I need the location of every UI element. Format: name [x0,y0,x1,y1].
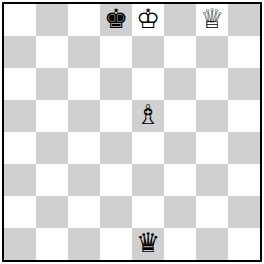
square-c3[interactable] [68,164,100,196]
square-g1[interactable] [196,228,228,260]
square-b3[interactable] [36,164,68,196]
square-f2[interactable] [164,196,196,228]
board-frame: ♚♔♕♗♛ [2,2,262,262]
square-b4[interactable] [36,132,68,164]
white-king: ♔ [136,4,160,35]
white-queen: ♕ [200,4,224,35]
square-h7[interactable] [228,36,260,68]
square-e5[interactable]: ♗ [132,100,164,132]
square-f5[interactable] [164,100,196,132]
black-king: ♚ [104,4,128,35]
square-e3[interactable] [132,164,164,196]
square-f1[interactable] [164,228,196,260]
square-f7[interactable] [164,36,196,68]
square-c4[interactable] [68,132,100,164]
square-d4[interactable] [100,132,132,164]
square-d7[interactable] [100,36,132,68]
chess-diagram: ♚♔♕♗♛ [0,0,264,264]
square-d3[interactable] [100,164,132,196]
square-e7[interactable] [132,36,164,68]
square-f6[interactable] [164,68,196,100]
square-b8[interactable] [36,4,68,36]
square-e6[interactable] [132,68,164,100]
square-c7[interactable] [68,36,100,68]
square-c8[interactable] [68,4,100,36]
square-e8[interactable]: ♔ [132,4,164,36]
square-g2[interactable] [196,196,228,228]
square-b5[interactable] [36,100,68,132]
square-c5[interactable] [68,100,100,132]
square-h2[interactable] [228,196,260,228]
square-g7[interactable] [196,36,228,68]
square-d2[interactable] [100,196,132,228]
square-d6[interactable] [100,68,132,100]
square-h3[interactable] [228,164,260,196]
square-e2[interactable] [132,196,164,228]
black-queen: ♛ [136,228,160,259]
square-h6[interactable] [228,68,260,100]
square-g3[interactable] [196,164,228,196]
square-c1[interactable] [68,228,100,260]
square-d8[interactable]: ♚ [100,4,132,36]
square-a1[interactable] [4,228,36,260]
square-f8[interactable] [164,4,196,36]
square-h4[interactable] [228,132,260,164]
square-h5[interactable] [228,100,260,132]
square-a3[interactable] [4,164,36,196]
square-b6[interactable] [36,68,68,100]
square-a4[interactable] [4,132,36,164]
square-e1[interactable]: ♛ [132,228,164,260]
square-c6[interactable] [68,68,100,100]
square-b7[interactable] [36,36,68,68]
chess-board: ♚♔♕♗♛ [4,4,260,260]
square-a6[interactable] [4,68,36,100]
square-e4[interactable] [132,132,164,164]
square-h8[interactable] [228,4,260,36]
square-d1[interactable] [100,228,132,260]
square-b1[interactable] [36,228,68,260]
square-h1[interactable] [228,228,260,260]
square-d5[interactable] [100,100,132,132]
white-bishop: ♗ [136,100,160,131]
square-a8[interactable] [4,4,36,36]
square-g4[interactable] [196,132,228,164]
square-b2[interactable] [36,196,68,228]
square-g6[interactable] [196,68,228,100]
square-f4[interactable] [164,132,196,164]
square-g8[interactable]: ♕ [196,4,228,36]
square-a5[interactable] [4,100,36,132]
square-c2[interactable] [68,196,100,228]
square-f3[interactable] [164,164,196,196]
square-a7[interactable] [4,36,36,68]
square-a2[interactable] [4,196,36,228]
square-g5[interactable] [196,100,228,132]
